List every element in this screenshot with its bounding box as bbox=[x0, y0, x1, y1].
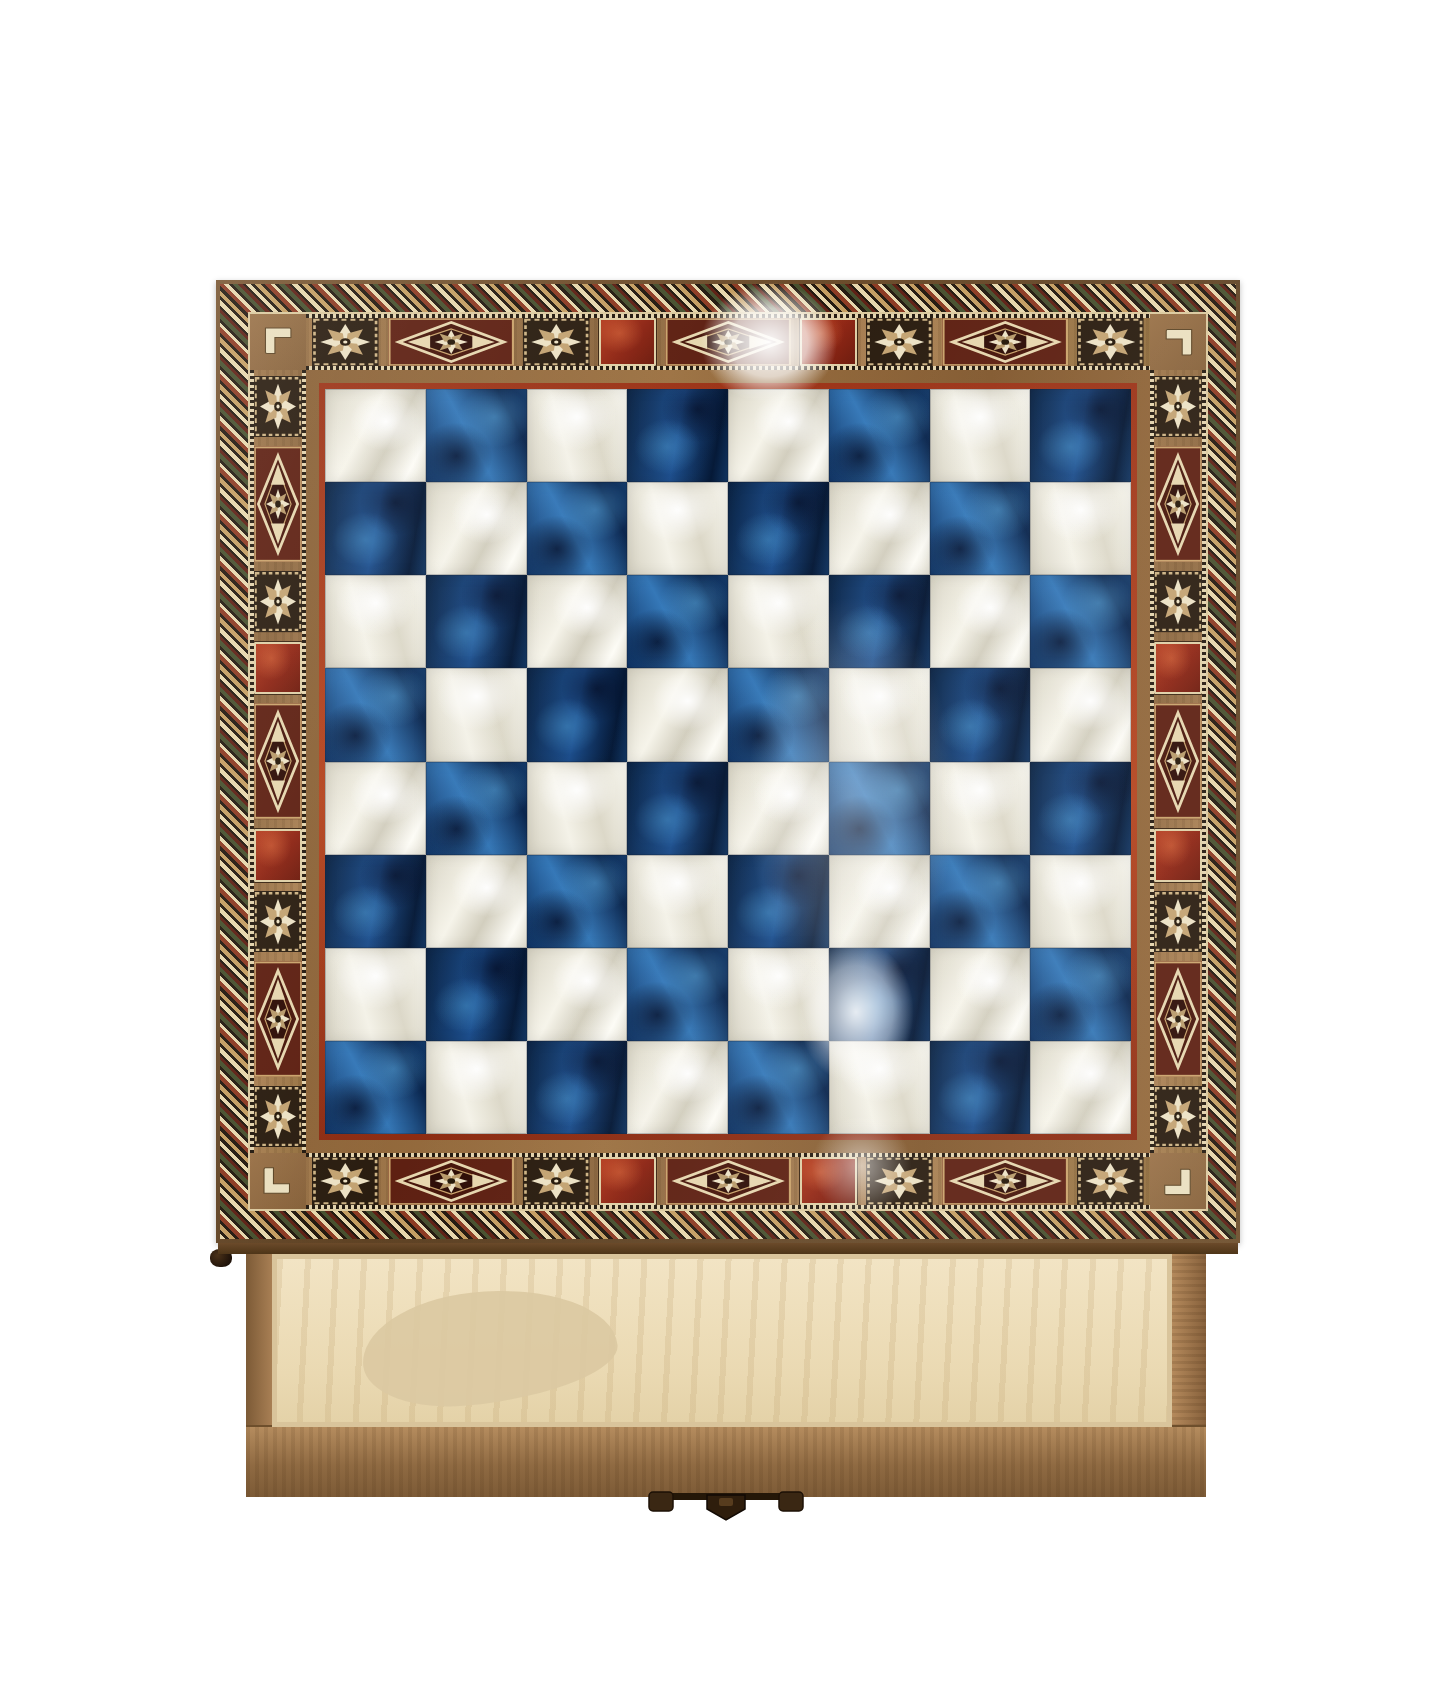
diamond-lozenge-icon bbox=[942, 318, 1068, 366]
frame-mosaic-band bbox=[248, 312, 1208, 1211]
square-b3[interactable] bbox=[426, 855, 527, 948]
square-c3[interactable] bbox=[527, 855, 628, 948]
square-e6[interactable] bbox=[728, 575, 829, 668]
bone-l-bracket-icon bbox=[256, 1159, 300, 1203]
square-f7[interactable] bbox=[829, 482, 930, 575]
rosette-inlay-tile bbox=[312, 318, 379, 366]
rosette-star-icon bbox=[1077, 318, 1144, 366]
square-b7[interactable] bbox=[426, 482, 527, 575]
latch-clasp-icon bbox=[641, 1491, 811, 1523]
square-a3[interactable] bbox=[325, 855, 426, 948]
square-h5[interactable] bbox=[1030, 668, 1131, 761]
bone-l-bracket-icon bbox=[256, 320, 300, 364]
rosette-inlay-tile bbox=[523, 1157, 590, 1205]
square-f3[interactable] bbox=[829, 855, 930, 948]
rosette-inlay-tile bbox=[254, 571, 302, 632]
rosette-star-icon bbox=[866, 318, 933, 366]
red-inlay-tile bbox=[599, 1157, 656, 1205]
square-d6[interactable] bbox=[627, 575, 728, 668]
square-f1[interactable] bbox=[829, 1041, 930, 1134]
square-d1[interactable] bbox=[627, 1041, 728, 1134]
diamond-inlay-tile bbox=[942, 318, 1068, 366]
red-inlay-tile bbox=[1154, 642, 1202, 695]
rosette-star-icon bbox=[254, 376, 302, 437]
square-g3[interactable] bbox=[930, 855, 1031, 948]
square-f4[interactable] bbox=[829, 762, 930, 855]
rosette-star-icon bbox=[254, 1086, 302, 1147]
rosette-star-icon bbox=[1154, 891, 1202, 952]
diamond-inlay-tile bbox=[388, 318, 514, 366]
square-b8[interactable] bbox=[426, 389, 527, 482]
square-b6[interactable] bbox=[426, 575, 527, 668]
inner-wood-frame bbox=[306, 370, 1150, 1153]
square-g4[interactable] bbox=[930, 762, 1031, 855]
diamond-lozenge-icon bbox=[254, 703, 302, 819]
square-g2[interactable] bbox=[930, 948, 1031, 1041]
inner-red-border bbox=[319, 383, 1137, 1140]
square-c5[interactable] bbox=[527, 668, 628, 761]
square-c7[interactable] bbox=[527, 482, 628, 575]
square-c8[interactable] bbox=[527, 389, 628, 482]
rosette-inlay-tile bbox=[254, 376, 302, 437]
rosette-star-icon bbox=[254, 571, 302, 632]
square-h7[interactable] bbox=[1030, 482, 1131, 575]
square-b1[interactable] bbox=[426, 1041, 527, 1134]
diamond-inlay-tile bbox=[388, 1157, 514, 1205]
rosette-star-icon bbox=[1154, 376, 1202, 437]
square-d2[interactable] bbox=[627, 948, 728, 1041]
rosette-inlay-tile bbox=[1077, 318, 1144, 366]
bone-l-bracket-icon bbox=[1156, 1159, 1200, 1203]
rosette-inlay-tile bbox=[866, 318, 933, 366]
square-b4[interactable] bbox=[426, 762, 527, 855]
diamond-lozenge-icon bbox=[1154, 961, 1202, 1077]
square-g8[interactable] bbox=[930, 389, 1031, 482]
square-a2[interactable] bbox=[325, 948, 426, 1041]
mosaic-strip-top bbox=[306, 314, 1150, 370]
square-h8[interactable] bbox=[1030, 389, 1131, 482]
square-d4[interactable] bbox=[627, 762, 728, 855]
diamond-inlay-tile bbox=[254, 961, 302, 1077]
square-d8[interactable] bbox=[627, 389, 728, 482]
square-h4[interactable] bbox=[1030, 762, 1131, 855]
red-inlay-tile bbox=[254, 829, 302, 882]
square-e3[interactable] bbox=[728, 855, 829, 948]
bone-l-bracket-icon bbox=[1156, 320, 1200, 364]
frame-stripe-band bbox=[220, 284, 1236, 1239]
square-a8[interactable] bbox=[325, 389, 426, 482]
diamond-inlay-tile bbox=[1154, 703, 1202, 819]
square-a7[interactable] bbox=[325, 482, 426, 575]
square-g1[interactable] bbox=[930, 1041, 1031, 1134]
square-e8[interactable] bbox=[728, 389, 829, 482]
rosette-inlay-tile bbox=[523, 318, 590, 366]
diamond-inlay-tile bbox=[254, 446, 302, 562]
diamond-inlay-tile bbox=[665, 318, 791, 366]
square-e4[interactable] bbox=[728, 762, 829, 855]
diamond-lozenge-icon bbox=[942, 1157, 1068, 1205]
rosette-star-icon bbox=[1077, 1157, 1144, 1205]
square-a4[interactable] bbox=[325, 762, 426, 855]
rosette-inlay-tile bbox=[1077, 1157, 1144, 1205]
board-outer-edge bbox=[216, 280, 1240, 1243]
square-f2[interactable] bbox=[829, 948, 930, 1041]
corner-inlay-top-right bbox=[1150, 314, 1206, 370]
rosette-inlay-tile bbox=[1154, 1086, 1202, 1147]
mosaic-strip-bottom bbox=[306, 1153, 1150, 1209]
square-f5[interactable] bbox=[829, 668, 930, 761]
diamond-lozenge-icon bbox=[254, 961, 302, 1077]
storage-drawer bbox=[246, 1247, 1206, 1497]
corner-inlay-bottom-left bbox=[250, 1153, 306, 1209]
rosette-inlay-tile bbox=[254, 891, 302, 952]
diamond-inlay-tile bbox=[942, 1157, 1068, 1205]
red-inlay-tile bbox=[1154, 829, 1202, 882]
mosaic-strip-left bbox=[250, 370, 306, 1153]
diamond-lozenge-icon bbox=[254, 446, 302, 562]
square-h6[interactable] bbox=[1030, 575, 1131, 668]
rosette-inlay-tile bbox=[866, 1157, 933, 1205]
rosette-inlay-tile bbox=[1154, 376, 1202, 437]
square-c6[interactable] bbox=[527, 575, 628, 668]
red-inlay-tile bbox=[599, 318, 656, 366]
rosette-inlay-tile bbox=[1154, 571, 1202, 632]
diamond-lozenge-icon bbox=[1154, 703, 1202, 819]
square-g6[interactable] bbox=[930, 575, 1031, 668]
diamond-lozenge-icon bbox=[388, 1157, 514, 1205]
rosette-star-icon bbox=[312, 318, 379, 366]
rosette-inlay-tile bbox=[1154, 891, 1202, 952]
mosaic-grid bbox=[250, 314, 1206, 1209]
wood-stain bbox=[357, 1278, 622, 1416]
board-side-edge bbox=[218, 1243, 1238, 1254]
square-h2[interactable] bbox=[1030, 948, 1131, 1041]
chess-board-box bbox=[216, 280, 1240, 1243]
diamond-lozenge-icon bbox=[1154, 446, 1202, 562]
square-d3[interactable] bbox=[627, 855, 728, 948]
rosette-inlay-tile bbox=[312, 1157, 379, 1205]
photo-background bbox=[0, 0, 1440, 1700]
drawer-frame-bottom bbox=[246, 1425, 1206, 1497]
corner-inlay-bottom-right bbox=[1150, 1153, 1206, 1209]
square-g7[interactable] bbox=[930, 482, 1031, 575]
red-inlay-tile bbox=[254, 642, 302, 695]
square-c1[interactable] bbox=[527, 1041, 628, 1134]
playing-field bbox=[325, 389, 1131, 1134]
rosette-star-icon bbox=[254, 891, 302, 952]
diamond-inlay-tile bbox=[1154, 446, 1202, 562]
square-f6[interactable] bbox=[829, 575, 930, 668]
square-a5[interactable] bbox=[325, 668, 426, 761]
diamond-inlay-tile bbox=[1154, 961, 1202, 1077]
square-h1[interactable] bbox=[1030, 1041, 1131, 1134]
red-inlay-tile bbox=[800, 318, 857, 366]
square-c2[interactable] bbox=[527, 948, 628, 1041]
drawer-front-panel bbox=[272, 1254, 1172, 1427]
square-e7[interactable] bbox=[728, 482, 829, 575]
red-inlay-tile bbox=[800, 1157, 857, 1205]
board-center bbox=[306, 370, 1150, 1153]
rosette-star-icon bbox=[1154, 571, 1202, 632]
square-d5[interactable] bbox=[627, 668, 728, 761]
square-a6[interactable] bbox=[325, 575, 426, 668]
square-e2[interactable] bbox=[728, 948, 829, 1041]
diamond-lozenge-icon bbox=[665, 1157, 791, 1205]
rosette-star-icon bbox=[523, 318, 590, 366]
square-b2[interactable] bbox=[426, 948, 527, 1041]
square-c4[interactable] bbox=[527, 762, 628, 855]
square-h3[interactable] bbox=[1030, 855, 1131, 948]
rosette-star-icon bbox=[523, 1157, 590, 1205]
diamond-inlay-tile bbox=[665, 1157, 791, 1205]
diamond-lozenge-icon bbox=[665, 318, 791, 366]
rosette-star-icon bbox=[1154, 1086, 1202, 1147]
corner-inlay-top-left bbox=[250, 314, 306, 370]
square-f8[interactable] bbox=[829, 389, 930, 482]
rosette-star-icon bbox=[866, 1157, 933, 1205]
square-g5[interactable] bbox=[930, 668, 1031, 761]
square-d7[interactable] bbox=[627, 482, 728, 575]
diamond-inlay-tile bbox=[254, 703, 302, 819]
square-a1[interactable] bbox=[325, 1041, 426, 1134]
square-b5[interactable] bbox=[426, 668, 527, 761]
mosaic-strip-right bbox=[1150, 370, 1206, 1153]
square-e1[interactable] bbox=[728, 1041, 829, 1134]
square-e5[interactable] bbox=[728, 668, 829, 761]
rosette-inlay-tile bbox=[254, 1086, 302, 1147]
rosette-star-icon bbox=[312, 1157, 379, 1205]
diamond-lozenge-icon bbox=[388, 318, 514, 366]
